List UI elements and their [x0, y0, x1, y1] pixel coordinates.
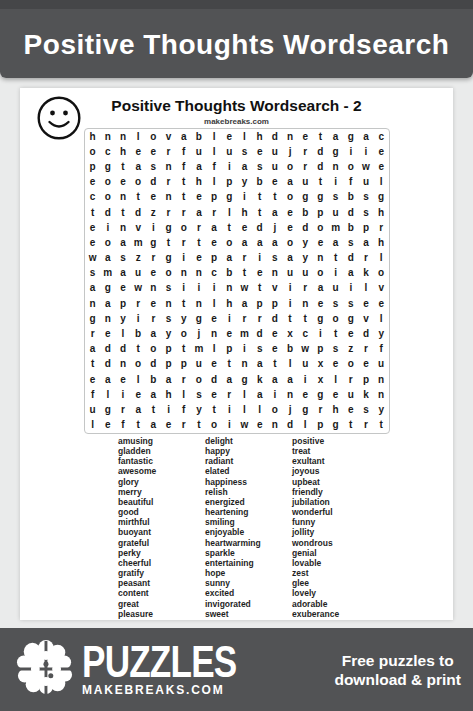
grid-cell-r13c13: d — [267, 311, 282, 326]
grid-cell-r5c5: e — [146, 190, 161, 205]
grid-cell-r4c8: h — [191, 175, 206, 190]
grid-cell-r9c7: i — [176, 251, 191, 266]
grid-cell-r5c14: o — [282, 190, 297, 205]
grid-cell-r3c7: f — [176, 159, 191, 174]
grid-cell-r18c2: l — [100, 387, 115, 402]
grid-cell-r9c10: a — [222, 251, 237, 266]
grid-cell-r8c11: a — [237, 235, 252, 250]
grid-cell-r6c20: h — [374, 205, 389, 220]
grid-cell-r5c15: g — [298, 190, 313, 205]
grid-cell-r15c13: e — [267, 342, 282, 357]
grid-cell-r20c3: f — [115, 418, 130, 433]
grid-cell-r1c9: l — [207, 129, 222, 144]
grid-cell-r16c12: a — [252, 357, 267, 372]
grid-cell-r4c12: b — [252, 175, 267, 190]
grid-cell-r5c9: p — [207, 190, 222, 205]
grid-cell-r14c15: c — [298, 326, 313, 341]
grid-cell-r18c15: e — [298, 387, 313, 402]
grid-cell-r14c17: t — [328, 326, 343, 341]
grid-cell-r13c7: y — [176, 311, 191, 326]
grid-cell-r12c16: e — [313, 296, 328, 311]
grid-cell-r7c8: r — [191, 220, 206, 235]
grid-cell-r6c14: e — [282, 205, 297, 220]
word-item: peasant — [118, 578, 205, 588]
grid-cell-r6c15: b — [298, 205, 313, 220]
grid-cell-r10c19: k — [358, 266, 373, 281]
top-banner: Positive Thoughts Wordsearch — [0, 0, 473, 78]
grid-cell-r9c3: s — [115, 251, 130, 266]
grid-cell-r16c1: t — [85, 357, 100, 372]
grid-cell-r3c15: r — [298, 159, 313, 174]
grid-cell-r10c18: a — [343, 266, 358, 281]
grid-cell-r4c14: a — [282, 175, 297, 190]
grid-cell-r3c10: i — [222, 159, 237, 174]
grid-cell-r10c16: o — [313, 266, 328, 281]
grid-cell-r2c7: f — [176, 144, 191, 159]
word-item: adorable — [292, 599, 379, 609]
grid-cell-r11c2: g — [100, 281, 115, 296]
word-item: jollity — [292, 527, 379, 537]
grid-cell-r4c16: t — [313, 175, 328, 190]
grid-cell-r1c11: l — [237, 129, 252, 144]
grid-cell-r6c9: r — [207, 205, 222, 220]
grid-cell-r16c10: t — [222, 357, 237, 372]
grid-cell-r19c10: i — [222, 402, 237, 417]
grid-cell-r16c13: t — [267, 357, 282, 372]
wordsearch-grid-container: hnnlovablelhdnetagacocheerfuluseujrdgiie… — [84, 128, 390, 434]
grid-cell-r6c2: d — [100, 205, 115, 220]
grid-cell-r2c14: j — [282, 144, 297, 159]
grid-cell-r14c6: y — [161, 326, 176, 341]
grid-cell-r9c4: z — [131, 251, 146, 266]
grid-cell-r17c12: k — [252, 372, 267, 387]
grid-cell-r9c5: r — [146, 251, 161, 266]
grid-cell-r11c6: s — [161, 281, 176, 296]
grid-cell-r15c1: a — [85, 342, 100, 357]
grid-cell-r16c6: p — [161, 357, 176, 372]
grid-cell-r10c1: s — [85, 266, 100, 281]
grid-cell-r5c8: e — [191, 190, 206, 205]
grid-cell-r16c5: d — [146, 357, 161, 372]
grid-cell-r7c3: n — [115, 220, 130, 235]
grid-cell-r3c9: f — [207, 159, 222, 174]
grid-cell-r16c15: u — [298, 357, 313, 372]
grid-cell-r17c17: l — [328, 372, 343, 387]
grid-cell-r12c12: p — [252, 296, 267, 311]
grid-cell-r8c13: a — [267, 235, 282, 250]
grid-cell-r11c10: n — [222, 281, 237, 296]
grid-cell-r12c19: e — [358, 296, 373, 311]
grid-cell-r7c11: e — [237, 220, 252, 235]
grid-cell-r14c5: a — [146, 326, 161, 341]
grid-cell-r15c20: f — [374, 342, 389, 357]
grid-cell-r12c17: s — [328, 296, 343, 311]
word-item: invigorated — [205, 599, 292, 609]
grid-cell-r2c13: u — [267, 144, 282, 159]
word-list-column-1: amusinggladdenfantasticawesomeglorymerry… — [118, 436, 205, 619]
grid-cell-r13c9: e — [207, 311, 222, 326]
grid-cell-r16c19: e — [358, 357, 373, 372]
word-item: amusing — [118, 436, 205, 446]
grid-cell-r10c2: m — [100, 266, 115, 281]
grid-cell-r4c15: u — [298, 175, 313, 190]
grid-cell-r14c16: i — [313, 326, 328, 341]
grid-cell-r17c6: a — [161, 372, 176, 387]
grid-cell-r11c11: w — [237, 281, 252, 296]
grid-cell-r20c20: t — [374, 418, 389, 433]
grid-cell-r1c4: l — [131, 129, 146, 144]
word-item: jubilation — [292, 497, 379, 507]
grid-cell-r18c19: k — [358, 387, 373, 402]
grid-cell-r4c6: r — [161, 175, 176, 190]
word-item: enjoyable — [205, 527, 292, 537]
word-item: joyous — [292, 466, 379, 476]
word-item: beautiful — [118, 497, 205, 507]
grid-cell-r1c18: g — [343, 129, 358, 144]
grid-cell-r11c3: e — [115, 281, 130, 296]
grid-cell-r5c3: n — [115, 190, 130, 205]
grid-cell-r16c9: e — [207, 357, 222, 372]
grid-cell-r3c13: u — [267, 159, 282, 174]
grid-cell-r18c18: u — [343, 387, 358, 402]
grid-cell-r19c18: e — [343, 402, 358, 417]
grid-cell-r4c10: p — [222, 175, 237, 190]
grid-cell-r7c6: g — [161, 220, 176, 235]
grid-cell-r20c13: n — [267, 418, 282, 433]
grid-cell-r9c20: l — [374, 251, 389, 266]
grid-cell-r14c10: e — [222, 326, 237, 341]
grid-cell-r5c1: c — [85, 190, 100, 205]
grid-cell-r17c16: x — [313, 372, 328, 387]
word-item: zest — [292, 568, 379, 578]
grid-cell-r7c20: r — [374, 220, 389, 235]
grid-cell-r1c12: h — [252, 129, 267, 144]
grid-cell-r15c3: d — [115, 342, 130, 357]
grid-cell-r17c11: g — [237, 372, 252, 387]
grid-cell-r13c17: o — [328, 311, 343, 326]
grid-cell-r6c7: r — [176, 205, 191, 220]
grid-cell-r10c14: u — [282, 266, 297, 281]
word-item: sweet — [205, 609, 292, 619]
grid-cell-r15c17: s — [328, 342, 343, 357]
grid-cell-r12c8: n — [191, 296, 206, 311]
grid-cell-r13c12: r — [252, 311, 267, 326]
grid-cell-r7c7: o — [176, 220, 191, 235]
grid-cell-r11c12: t — [252, 281, 267, 296]
grid-cell-r19c9: t — [207, 402, 222, 417]
word-item: delight — [205, 436, 292, 446]
grid-cell-r18c13: i — [267, 387, 282, 402]
grid-cell-r16c16: x — [313, 357, 328, 372]
word-item: relish — [205, 487, 292, 497]
grid-cell-r3c14: o — [282, 159, 297, 174]
grid-cell-r18c11: l — [237, 387, 252, 402]
grid-cell-r14c20: y — [374, 326, 389, 341]
grid-cell-r8c18: s — [343, 235, 358, 250]
word-item: excited — [205, 588, 292, 598]
grid-cell-r18c20: n — [374, 387, 389, 402]
grid-cell-r10c17: i — [328, 266, 343, 281]
grid-cell-r17c18: r — [343, 372, 358, 387]
grid-cell-r5c6: n — [161, 190, 176, 205]
grid-cell-r3c19: w — [358, 159, 373, 174]
grid-cell-r14c2: e — [100, 326, 115, 341]
grid-cell-r5c16: g — [313, 190, 328, 205]
grid-cell-r13c4: i — [131, 311, 146, 326]
footer: PUZZLES MAKEBREAKS.COM Free puzzles to d… — [0, 628, 473, 711]
grid-cell-r8c3: a — [115, 235, 130, 250]
grid-cell-r9c16: n — [313, 251, 328, 266]
grid-cell-r20c2: e — [100, 418, 115, 433]
grid-cell-r2c17: g — [328, 144, 343, 159]
grid-cell-r3c4: a — [131, 159, 146, 174]
word-item: genial — [292, 548, 379, 558]
grid-cell-r10c15: u — [298, 266, 313, 281]
grid-cell-r11c1: a — [85, 281, 100, 296]
grid-cell-r8c7: r — [176, 235, 191, 250]
grid-cell-r18c12: a — [252, 387, 267, 402]
grid-cell-r20c17: g — [328, 418, 343, 433]
grid-cell-r14c3: l — [115, 326, 130, 341]
grid-cell-r11c15: r — [298, 281, 313, 296]
banner-title: Positive Thoughts Wordsearch — [24, 29, 450, 61]
grid-cell-r13c14: t — [282, 311, 297, 326]
grid-cell-r5c17: s — [328, 190, 343, 205]
grid-cell-r13c18: g — [343, 311, 358, 326]
grid-cell-r2c16: d — [313, 144, 328, 159]
smiley-face-icon — [36, 95, 82, 141]
grid-cell-r17c2: a — [100, 372, 115, 387]
grid-cell-r12c10: h — [222, 296, 237, 311]
grid-cell-r11c17: u — [328, 281, 343, 296]
word-item: wonderful — [292, 507, 379, 517]
grid-cell-r17c10: a — [222, 372, 237, 387]
grid-cell-r1c3: n — [115, 129, 130, 144]
grid-cell-r20c14: d — [282, 418, 297, 433]
grid-cell-r17c13: a — [267, 372, 282, 387]
grid-cell-r5c11: i — [237, 190, 252, 205]
grid-cell-r15c7: t — [176, 342, 191, 357]
grid-cell-r5c13: t — [267, 190, 282, 205]
grid-cell-r19c5: t — [146, 402, 161, 417]
word-list: amusinggladdenfantasticawesomeglorymerry… — [20, 436, 453, 619]
grid-cell-r1c17: a — [328, 129, 343, 144]
grid-cell-r10c4: u — [131, 266, 146, 281]
grid-cell-r10c11: t — [237, 266, 252, 281]
grid-cell-r10c12: e — [252, 266, 267, 281]
grid-cell-r19c1: u — [85, 402, 100, 417]
grid-cell-r17c3: e — [115, 372, 130, 387]
grid-cell-r16c11: n — [237, 357, 252, 372]
word-item: merry — [118, 487, 205, 497]
grid-cell-r10c7: n — [176, 266, 191, 281]
grid-cell-r16c18: o — [343, 357, 358, 372]
grid-cell-r11c9: i — [207, 281, 222, 296]
grid-cell-r6c8: a — [191, 205, 206, 220]
page-subtitle: makebreaks.com — [20, 117, 453, 126]
grid-cell-r6c16: p — [313, 205, 328, 220]
grid-cell-r20c11: w — [237, 418, 252, 433]
grid-cell-r5c18: b — [343, 190, 358, 205]
grid-cell-r11c8: i — [191, 281, 206, 296]
word-item: funny — [292, 517, 379, 527]
grid-cell-r19c16: r — [313, 402, 328, 417]
grid-cell-r17c14: a — [282, 372, 297, 387]
grid-cell-r12c1: n — [85, 296, 100, 311]
grid-cell-r19c2: g — [100, 402, 115, 417]
grid-cell-r3c11: a — [237, 159, 252, 174]
grid-cell-r15c16: p — [313, 342, 328, 357]
grid-cell-r16c17: e — [328, 357, 343, 372]
word-item: heartening — [205, 507, 292, 517]
grid-cell-r20c6: e — [161, 418, 176, 433]
grid-cell-r17c5: b — [146, 372, 161, 387]
grid-cell-r6c6: r — [161, 205, 176, 220]
grid-cell-r9c1: w — [85, 251, 100, 266]
grid-cell-r19c20: y — [374, 402, 389, 417]
word-item: sparkle — [205, 548, 292, 558]
grid-cell-r1c7: a — [176, 129, 191, 144]
grid-cell-r13c15: t — [298, 311, 313, 326]
grid-cell-r4c1: e — [85, 175, 100, 190]
grid-cell-r6c10: l — [222, 205, 237, 220]
grid-cell-r4c4: o — [131, 175, 146, 190]
grid-cell-r9c18: d — [343, 251, 358, 266]
grid-cell-r18c10: r — [222, 387, 237, 402]
grid-cell-r2c2: c — [100, 144, 115, 159]
grid-cell-r18c5: a — [146, 387, 161, 402]
grid-cell-r5c20: g — [374, 190, 389, 205]
grid-cell-r6c18: d — [343, 205, 358, 220]
grid-cell-r4c9: l — [207, 175, 222, 190]
grid-cell-r11c13: v — [267, 281, 282, 296]
grid-cell-r2c18: i — [343, 144, 358, 159]
grid-cell-r8c17: a — [328, 235, 343, 250]
grid-cell-r16c2: d — [100, 357, 115, 372]
word-item: perky — [118, 548, 205, 558]
grid-cell-r3c1: p — [85, 159, 100, 174]
grid-cell-r11c14: i — [282, 281, 297, 296]
grid-cell-r19c13: o — [267, 402, 282, 417]
grid-cell-r19c7: f — [176, 402, 191, 417]
grid-cell-r1c16: t — [313, 129, 328, 144]
grid-cell-r4c7: t — [176, 175, 191, 190]
grid-cell-r14c19: d — [358, 326, 373, 341]
grid-cell-r15c4: t — [131, 342, 146, 357]
grid-cell-r3c2: g — [100, 159, 115, 174]
grid-cell-r6c3: t — [115, 205, 130, 220]
grid-cell-r14c12: d — [252, 326, 267, 341]
grid-cell-r12c7: t — [176, 296, 191, 311]
grid-cell-r19c11: l — [237, 402, 252, 417]
grid-cell-r10c13: n — [267, 266, 282, 281]
grid-cell-r8c4: m — [131, 235, 146, 250]
grid-cell-r11c18: i — [343, 281, 358, 296]
grid-cell-r3c12: s — [252, 159, 267, 174]
grid-cell-r7c18: b — [343, 220, 358, 235]
grid-cell-r4c5: d — [146, 175, 161, 190]
grid-cell-r10c20: o — [374, 266, 389, 281]
grid-cell-r7c4: v — [131, 220, 146, 235]
grid-cell-r7c1: e — [85, 220, 100, 235]
grid-cell-r1c14: n — [282, 129, 297, 144]
grid-cell-r16c20: u — [374, 357, 389, 372]
word-item: grateful — [118, 538, 205, 548]
grid-cell-r2c10: u — [222, 144, 237, 159]
grid-cell-r2c11: s — [237, 144, 252, 159]
grid-cell-r1c6: v — [161, 129, 176, 144]
word-item: hope — [205, 568, 292, 578]
grid-cell-r14c14: x — [282, 326, 297, 341]
grid-cell-r12c14: i — [282, 296, 297, 311]
grid-cell-r18c4: e — [131, 387, 146, 402]
grid-cell-r16c7: p — [176, 357, 191, 372]
grid-cell-r8c10: o — [222, 235, 237, 250]
grid-cell-r12c2: a — [100, 296, 115, 311]
grid-cell-r20c19: r — [358, 418, 373, 433]
grid-cell-r20c7: r — [176, 418, 191, 433]
grid-cell-r1c10: e — [222, 129, 237, 144]
word-item: content — [118, 588, 205, 598]
grid-cell-r8c2: o — [100, 235, 115, 250]
grid-cell-r15c5: o — [146, 342, 161, 357]
grid-cell-r9c17: t — [328, 251, 343, 266]
grid-cell-r19c14: j — [282, 402, 297, 417]
grid-cell-r5c10: g — [222, 190, 237, 205]
grid-cell-r17c8: o — [191, 372, 206, 387]
grid-cell-r12c15: n — [298, 296, 313, 311]
word-item: happiness — [205, 477, 292, 487]
grid-cell-r20c10: i — [222, 418, 237, 433]
grid-cell-r19c6: i — [161, 402, 176, 417]
grid-cell-r15c11: i — [237, 342, 252, 357]
grid-cell-r15c19: r — [358, 342, 373, 357]
grid-cell-r13c3: y — [115, 311, 130, 326]
grid-cell-r15c12: s — [252, 342, 267, 357]
word-item: gratify — [118, 568, 205, 578]
grid-cell-r9c8: e — [191, 251, 206, 266]
grid-cell-r13c1: g — [85, 311, 100, 326]
grid-cell-r19c3: r — [115, 402, 130, 417]
grid-cell-r19c4: a — [131, 402, 146, 417]
grid-cell-r12c11: a — [237, 296, 252, 311]
footer-tagline: Free puzzles to download & print — [334, 651, 461, 689]
puzzle-page: Positive Thoughts Wordsearch - 2 makebre… — [20, 88, 453, 620]
grid-cell-r6c4: d — [131, 205, 146, 220]
grid-cell-r15c10: p — [222, 342, 237, 357]
grid-cell-r3c20: e — [374, 159, 389, 174]
brand-name: PUZZLES — [82, 642, 236, 682]
word-item: wondrous — [292, 538, 379, 548]
grid-cell-r18c17: e — [328, 387, 343, 402]
grid-cell-r15c6: p — [161, 342, 176, 357]
grid-cell-r18c14: n — [282, 387, 297, 402]
word-item: exultant — [292, 456, 379, 466]
word-item: gladden — [118, 446, 205, 456]
wordsearch-grid: hnnlovablelhdnetagacocheerfuluseujrdgiie… — [84, 128, 390, 434]
grid-cell-r20c8: t — [191, 418, 206, 433]
grid-cell-r10c8: n — [191, 266, 206, 281]
word-item: pleasure — [118, 609, 205, 619]
word-item: upbeat — [292, 477, 379, 487]
grid-cell-r2c4: e — [131, 144, 146, 159]
grid-cell-r8c15: y — [298, 235, 313, 250]
grid-cell-r8c14: o — [282, 235, 297, 250]
grid-cell-r5c19: s — [358, 190, 373, 205]
grid-cell-r14c7: o — [176, 326, 191, 341]
grid-cell-r8c16: e — [313, 235, 328, 250]
grid-cell-r4c2: o — [100, 175, 115, 190]
